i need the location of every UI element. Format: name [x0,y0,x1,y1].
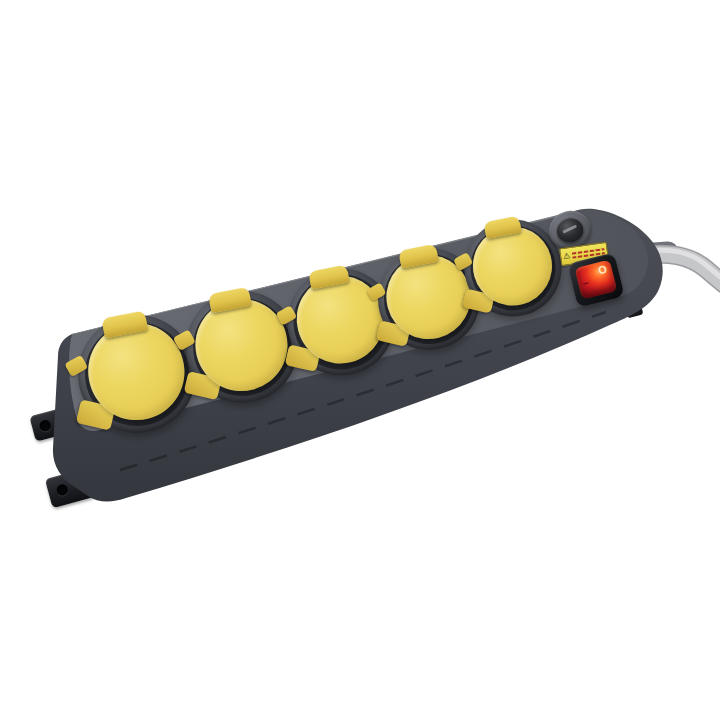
cap-hinge [398,244,438,268]
cap-hinge [208,287,252,314]
product-photo-scene: ⚠ − O [0,0,720,720]
cap-hinge [483,216,521,239]
warning-triangle-icon: ⚠ [563,252,571,261]
switch-off-symbol: O [597,263,608,277]
sockets-row [0,0,720,720]
switch-on-symbol: − [581,276,590,289]
cap-hinge [308,264,350,290]
cap-hinge [101,310,148,338]
switch-rocker: − O [575,260,618,300]
